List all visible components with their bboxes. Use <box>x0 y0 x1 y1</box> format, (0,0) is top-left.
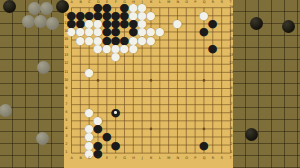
board-cell[interactable] <box>208 60 217 68</box>
board-cell[interactable] <box>85 52 94 60</box>
board-cell[interactable] <box>199 101 208 109</box>
board-cell[interactable] <box>173 76 182 84</box>
board-cell[interactable] <box>93 68 102 76</box>
row-label-left: 14 <box>63 46 70 50</box>
board-cell[interactable] <box>146 109 155 117</box>
go-board[interactable]: ●●●●●●●●●●●●●●●●●●●●●●●●●●●●●●●●●●●●●●●●… <box>67 3 235 158</box>
board-cell[interactable] <box>111 84 120 92</box>
board-cell[interactable] <box>164 36 173 44</box>
row-label-right: 8 <box>228 95 235 99</box>
row-label-right: 19 <box>228 6 235 10</box>
board-cell[interactable] <box>138 93 147 101</box>
column-label-top: B <box>77 1 84 5</box>
board-cell[interactable] <box>155 12 164 20</box>
board-cell[interactable] <box>217 20 226 28</box>
column-label-bottom: F <box>112 157 119 161</box>
column-label-top: H <box>130 1 137 5</box>
board-cell[interactable] <box>164 125 173 133</box>
board-cell[interactable] <box>120 141 129 149</box>
board-cell[interactable] <box>173 44 182 52</box>
column-label-top: G <box>121 1 128 5</box>
column-label-top: A <box>68 1 75 5</box>
board-cell[interactable]: ● <box>146 36 155 44</box>
board-cell[interactable] <box>199 117 208 125</box>
row-label-right: 7 <box>228 103 235 107</box>
board-cell[interactable] <box>111 76 120 84</box>
board-cell[interactable] <box>120 76 129 84</box>
column-label-top: C <box>86 1 93 5</box>
board-cell[interactable] <box>76 93 85 101</box>
board-cell[interactable] <box>208 84 217 92</box>
board-cell[interactable] <box>129 60 138 68</box>
board-cell[interactable] <box>208 93 217 101</box>
board-cell[interactable] <box>129 141 138 149</box>
column-label-bottom: D <box>94 157 101 161</box>
board-cell[interactable] <box>102 76 111 84</box>
board-cell[interactable] <box>217 68 226 76</box>
column-label-bottom: H <box>130 157 137 161</box>
board-cell[interactable] <box>164 76 173 84</box>
board-cell[interactable] <box>217 141 226 149</box>
screenshot-stage: ●●●●●●●●●●●●●●●●●●●●●●●●●●●●●●●●●●●●●●●●… <box>0 0 300 168</box>
white-stone: ● <box>146 12 156 19</box>
background-stone <box>0 104 12 117</box>
board-cell[interactable] <box>146 133 155 141</box>
board-cell[interactable] <box>173 68 182 76</box>
column-label-bottom: J <box>139 157 146 161</box>
board-cell[interactable] <box>155 52 164 60</box>
white-stone: ● <box>111 52 121 59</box>
board-cell[interactable] <box>146 60 155 68</box>
board-cell[interactable] <box>129 76 138 84</box>
board-cell[interactable] <box>138 133 147 141</box>
column-label-top: J <box>139 1 146 5</box>
board-cell[interactable] <box>129 68 138 76</box>
row-label-right: 14 <box>228 46 235 50</box>
board-cell[interactable] <box>182 60 191 68</box>
board-cell[interactable] <box>191 117 200 125</box>
board-cell[interactable] <box>129 52 138 60</box>
board-cell[interactable] <box>164 101 173 109</box>
board-cell[interactable] <box>155 133 164 141</box>
background-stone <box>56 0 69 13</box>
board-cell[interactable] <box>120 84 129 92</box>
board-cell[interactable] <box>138 125 147 133</box>
board-cell[interactable] <box>129 93 138 101</box>
board-cell[interactable] <box>182 44 191 52</box>
board-cell[interactable] <box>182 12 191 20</box>
board-cell[interactable] <box>155 76 164 84</box>
board-cell[interactable] <box>102 93 111 101</box>
board-cell[interactable] <box>129 133 138 141</box>
column-label-top: N <box>174 1 181 5</box>
board-cell[interactable] <box>182 84 191 92</box>
row-label-right: 4 <box>228 127 235 131</box>
board-cell[interactable] <box>138 44 147 52</box>
board-cell[interactable] <box>155 101 164 109</box>
board-cell[interactable] <box>217 12 226 20</box>
black-stone: ● <box>199 28 209 35</box>
row-label-left: 10 <box>63 79 70 83</box>
column-label-bottom: N <box>174 157 181 161</box>
board-cell[interactable] <box>138 101 147 109</box>
board-cell[interactable] <box>217 36 226 44</box>
row-label-left: 18 <box>63 14 70 18</box>
board-cell[interactable] <box>138 52 147 60</box>
board-cell[interactable] <box>155 93 164 101</box>
board-cell[interactable] <box>93 76 102 84</box>
board-cell[interactable] <box>199 109 208 117</box>
board-cell[interactable] <box>199 60 208 68</box>
column-label-bottom: S <box>218 157 225 161</box>
column-label-top: L <box>156 1 163 5</box>
column-label-top: E <box>103 1 110 5</box>
column-label-bottom: T <box>227 157 234 161</box>
board-cell[interactable] <box>191 44 200 52</box>
board-cell[interactable] <box>138 84 147 92</box>
board-cell[interactable] <box>146 101 155 109</box>
white-stone: ● <box>84 68 94 75</box>
board-cell[interactable] <box>164 68 173 76</box>
board-cell[interactable] <box>164 93 173 101</box>
board-cell[interactable] <box>111 117 120 125</box>
board-cell[interactable] <box>217 101 226 109</box>
board-cell[interactable] <box>155 141 164 149</box>
go-board-panel: ●●●●●●●●●●●●●●●●●●●●●●●●●●●●●●●●●●●●●●●●… <box>64 0 233 168</box>
board-cell[interactable] <box>191 60 200 68</box>
white-stone: ● <box>155 28 165 35</box>
board-cell[interactable] <box>164 109 173 117</box>
board-cell[interactable] <box>208 109 217 117</box>
board-cell[interactable] <box>138 76 147 84</box>
column-label-bottom: K <box>147 157 154 161</box>
board-cell[interactable] <box>111 125 120 133</box>
board-cell[interactable]: ● <box>111 52 120 60</box>
board-cell[interactable] <box>173 141 182 149</box>
board-cell[interactable] <box>138 117 147 125</box>
board-cell[interactable] <box>102 68 111 76</box>
board-cell[interactable] <box>191 93 200 101</box>
black-stone: ● <box>111 141 121 148</box>
board-cell[interactable] <box>146 44 155 52</box>
board-cell[interactable] <box>138 60 147 68</box>
board-cell[interactable] <box>199 68 208 76</box>
board-cell[interactable]: ● <box>199 28 208 36</box>
board-cell[interactable] <box>173 125 182 133</box>
board-cell[interactable]: ● <box>111 141 120 149</box>
board-cell[interactable] <box>191 84 200 92</box>
board-cell[interactable] <box>173 101 182 109</box>
board-cell[interactable] <box>120 101 129 109</box>
board-cell[interactable] <box>76 52 85 60</box>
board-cell[interactable] <box>93 101 102 109</box>
board-cell[interactable] <box>155 36 164 44</box>
board-cell[interactable] <box>138 109 147 117</box>
board-cell[interactable] <box>208 125 217 133</box>
row-label-right: 15 <box>228 38 235 42</box>
board-cell[interactable] <box>173 93 182 101</box>
board-cell[interactable] <box>208 76 217 84</box>
board-cell[interactable] <box>191 68 200 76</box>
board-cell[interactable] <box>146 125 155 133</box>
board-cell[interactable] <box>182 4 191 12</box>
board-cell[interactable] <box>155 109 164 117</box>
board-cell[interactable] <box>182 117 191 125</box>
board-cell[interactable] <box>182 36 191 44</box>
column-label-top: S <box>218 1 225 5</box>
board-cell[interactable] <box>164 52 173 60</box>
row-label-right: 16 <box>228 30 235 34</box>
board-cell[interactable] <box>146 76 155 84</box>
board-cell[interactable] <box>129 84 138 92</box>
board-cell[interactable] <box>182 76 191 84</box>
board-cell[interactable] <box>129 125 138 133</box>
board-cell[interactable] <box>76 44 85 52</box>
column-label-bottom: B <box>77 157 84 161</box>
column-label-top: O <box>183 1 190 5</box>
column-label-bottom: O <box>183 157 190 161</box>
row-label-right: 12 <box>228 62 235 66</box>
row-label-right: 11 <box>228 71 235 75</box>
background-stone <box>245 128 258 141</box>
board-cell[interactable] <box>93 93 102 101</box>
row-label-left: 9 <box>63 87 70 91</box>
row-label-right: 5 <box>228 119 235 123</box>
background-stone <box>36 132 49 145</box>
column-label-bottom: L <box>156 157 163 161</box>
board-cell[interactable] <box>120 52 129 60</box>
last-move-marker <box>114 111 117 114</box>
board-cell[interactable] <box>199 76 208 84</box>
black-stone: ● <box>208 44 218 51</box>
board-cell[interactable] <box>199 125 208 133</box>
board-cell[interactable] <box>191 125 200 133</box>
row-label-right: 18 <box>228 14 235 18</box>
background-stone <box>40 2 53 15</box>
board-cell[interactable] <box>146 68 155 76</box>
board-cell[interactable] <box>120 109 129 117</box>
board-cell[interactable] <box>182 101 191 109</box>
background-stone <box>34 15 47 28</box>
board-cell[interactable] <box>182 93 191 101</box>
board-cell[interactable] <box>173 52 182 60</box>
board-cell[interactable] <box>217 52 226 60</box>
board-cell[interactable] <box>173 109 182 117</box>
board-cell[interactable] <box>173 4 182 12</box>
board-cell[interactable] <box>138 68 147 76</box>
row-label-right: 3 <box>228 135 235 139</box>
column-label-top: Q <box>200 1 207 5</box>
board-cell[interactable]: ● <box>199 141 208 149</box>
board-cell[interactable] <box>164 117 173 125</box>
white-stone: ● <box>146 36 156 43</box>
column-label-top: K <box>147 1 154 5</box>
black-stone: ● <box>199 141 209 148</box>
board-cell[interactable] <box>208 117 217 125</box>
row-label-left: 16 <box>63 30 70 34</box>
board-cell[interactable] <box>120 125 129 133</box>
board-cell[interactable]: ● <box>208 44 217 52</box>
row-label-left: 17 <box>63 22 70 26</box>
board-cell[interactable] <box>155 44 164 52</box>
board-cell[interactable] <box>217 84 226 92</box>
board-cell[interactable] <box>129 117 138 125</box>
row-label-right: 2 <box>228 143 235 147</box>
board-cell[interactable]: ● <box>129 44 138 52</box>
column-label-top: T <box>227 1 234 5</box>
board-cell[interactable] <box>164 28 173 36</box>
board-cell[interactable]: ● <box>85 68 94 76</box>
row-label-right: 9 <box>228 87 235 91</box>
board-cell[interactable] <box>173 133 182 141</box>
board-cell[interactable] <box>217 28 226 36</box>
row-label-left: 2 <box>63 143 70 147</box>
board-cell[interactable] <box>120 133 129 141</box>
board-cell[interactable] <box>120 68 129 76</box>
board-cell[interactable] <box>191 76 200 84</box>
background-stone <box>37 61 50 74</box>
board-cell[interactable] <box>111 93 120 101</box>
board-cell[interactable] <box>217 93 226 101</box>
white-stone: ● <box>128 44 138 51</box>
board-cell[interactable] <box>164 141 173 149</box>
board-cell[interactable] <box>173 28 182 36</box>
column-label-bottom: E <box>103 157 110 161</box>
board-cell[interactable] <box>102 117 111 125</box>
board-cell[interactable] <box>146 52 155 60</box>
board-cell[interactable] <box>146 141 155 149</box>
board-cell[interactable] <box>93 52 102 60</box>
board-cell[interactable] <box>155 84 164 92</box>
row-label-left: 4 <box>63 127 70 131</box>
board-cell[interactable] <box>85 84 94 92</box>
board-cell[interactable] <box>155 125 164 133</box>
board-cell[interactable] <box>155 60 164 68</box>
board-cell[interactable] <box>191 52 200 60</box>
board-cell[interactable] <box>129 101 138 109</box>
column-label-top: D <box>94 1 101 5</box>
board-cell[interactable] <box>102 84 111 92</box>
row-label-left: 12 <box>63 62 70 66</box>
board-cell[interactable] <box>191 109 200 117</box>
column-label-bottom: A <box>68 157 75 161</box>
board-cell[interactable] <box>111 68 120 76</box>
board-cell[interactable] <box>217 117 226 125</box>
board-cell[interactable] <box>208 68 217 76</box>
board-cell[interactable] <box>120 117 129 125</box>
board-cell[interactable] <box>208 28 217 36</box>
board-cell[interactable] <box>85 76 94 84</box>
board-cell[interactable] <box>155 68 164 76</box>
board-cell[interactable] <box>199 84 208 92</box>
board-cell[interactable] <box>164 60 173 68</box>
board-cell[interactable] <box>208 4 217 12</box>
column-label-bottom: G <box>121 157 128 161</box>
board-cell[interactable] <box>182 28 191 36</box>
board-cell[interactable] <box>208 52 217 60</box>
board-cell[interactable] <box>173 60 182 68</box>
row-label-right: 13 <box>228 54 235 58</box>
board-cell[interactable] <box>129 109 138 117</box>
board-cell[interactable] <box>76 84 85 92</box>
column-label-bottom: P <box>192 157 199 161</box>
row-label-left: 8 <box>63 95 70 99</box>
board-cell[interactable] <box>173 84 182 92</box>
board-cell[interactable] <box>85 93 94 101</box>
row-label-left: 15 <box>63 38 70 42</box>
column-label-top: P <box>192 1 199 5</box>
board-cell[interactable] <box>164 44 173 52</box>
background-stone <box>250 17 263 30</box>
white-stone: ● <box>173 20 183 27</box>
board-cell[interactable] <box>155 117 164 125</box>
column-label-top: R <box>209 1 216 5</box>
board-cell[interactable] <box>208 141 217 149</box>
board-cell[interactable] <box>182 68 191 76</box>
board-cell[interactable] <box>173 117 182 125</box>
board-cell[interactable] <box>217 76 226 84</box>
board-cell[interactable] <box>138 141 147 149</box>
board-cell[interactable] <box>217 133 226 141</box>
board-cell[interactable] <box>208 101 217 109</box>
board-cell[interactable]: ● <box>155 28 164 36</box>
board-cell[interactable] <box>120 93 129 101</box>
board-cell[interactable] <box>199 93 208 101</box>
row-label-right: 17 <box>228 22 235 26</box>
board-cell[interactable] <box>182 20 191 28</box>
board-cell[interactable] <box>146 84 155 92</box>
board-cell[interactable] <box>93 60 102 68</box>
board-cell[interactable]: ● <box>173 20 182 28</box>
board-cell[interactable] <box>146 93 155 101</box>
board-cell[interactable] <box>102 60 111 68</box>
board-cell[interactable] <box>111 60 120 68</box>
board-cell[interactable] <box>191 101 200 109</box>
board-cell[interactable] <box>182 52 191 60</box>
column-label-top: M <box>165 1 172 5</box>
background-stone <box>282 20 295 33</box>
board-cell[interactable] <box>217 125 226 133</box>
board-cell[interactable] <box>208 133 217 141</box>
board-cell[interactable] <box>164 4 173 12</box>
board-cell[interactable]: ● <box>111 109 120 117</box>
board-cell[interactable] <box>173 36 182 44</box>
board-cell[interactable] <box>217 109 226 117</box>
row-label-right: 1 <box>228 151 235 155</box>
board-cell[interactable] <box>217 60 226 68</box>
board-cell[interactable] <box>182 125 191 133</box>
board-cell[interactable] <box>76 76 85 84</box>
board-cell[interactable] <box>182 133 191 141</box>
column-label-bottom: R <box>209 157 216 161</box>
column-label-bottom: C <box>86 157 93 161</box>
board-cell[interactable] <box>217 44 226 52</box>
board-cell[interactable] <box>155 4 164 12</box>
board-cell[interactable] <box>182 141 191 149</box>
board-cell[interactable] <box>182 109 191 117</box>
board-cell[interactable] <box>217 4 226 12</box>
board-cell[interactable]: ● <box>146 12 155 20</box>
board-cell[interactable] <box>120 60 129 68</box>
board-cell[interactable]: ● <box>208 20 217 28</box>
board-cell[interactable] <box>199 52 208 60</box>
board-cell[interactable] <box>191 36 200 44</box>
row-label-left: 6 <box>63 111 70 115</box>
board-cell[interactable] <box>146 117 155 125</box>
board-cell[interactable] <box>164 133 173 141</box>
board-cell[interactable] <box>93 84 102 92</box>
board-cell[interactable] <box>164 84 173 92</box>
